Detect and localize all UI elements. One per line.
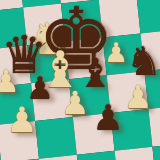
piece-light-pawn-4[interactable]: ♟ (124, 81, 153, 113)
piece-light-pawn-3[interactable]: ♟ (61, 87, 90, 119)
piece-dark-knight[interactable]: ♞ (126, 41, 160, 81)
board-square[interactable] (35, 117, 77, 159)
piece-light-pawn-5[interactable]: ♟ (6, 103, 37, 138)
piece-dark-pawn-2[interactable]: ♟ (92, 101, 123, 136)
piece-light-pawn-2[interactable]: ♟ (0, 66, 20, 97)
chessboard-scene: ♛♞♚♟♞♟♟♝♝♟♟♟♟ (0, 0, 160, 160)
board-square[interactable] (136, 0, 160, 33)
